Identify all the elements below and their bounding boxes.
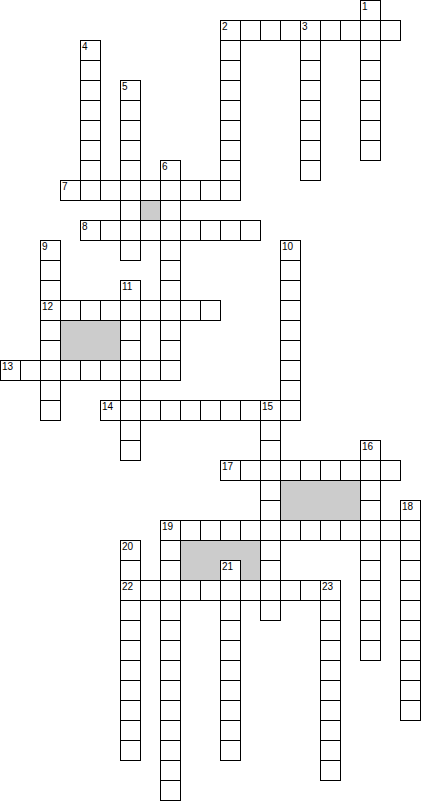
letter-cell[interactable] <box>160 620 181 641</box>
letter-cell[interactable] <box>220 40 241 61</box>
letter-cell[interactable] <box>140 220 161 241</box>
letter-cell[interactable] <box>60 300 81 321</box>
letter-cell[interactable]: 2 <box>220 20 241 41</box>
letter-cell[interactable] <box>220 140 241 161</box>
letter-cell[interactable] <box>160 780 181 801</box>
letter-cell[interactable] <box>300 460 321 481</box>
clue-number: 7 <box>62 181 68 192</box>
letter-cell[interactable] <box>160 760 181 781</box>
letter-cell[interactable] <box>260 500 281 521</box>
letter-cell[interactable] <box>60 360 81 381</box>
letter-cell[interactable] <box>40 320 61 341</box>
letter-cell[interactable] <box>220 680 241 701</box>
letter-cell[interactable]: 4 <box>80 40 101 61</box>
clue-number: 2 <box>222 21 228 32</box>
letter-cell[interactable] <box>260 460 281 481</box>
letter-cell[interactable] <box>300 100 321 121</box>
letter-cell[interactable] <box>220 660 241 681</box>
letter-cell[interactable] <box>260 480 281 501</box>
letter-cell[interactable] <box>220 600 241 621</box>
letter-cell[interactable] <box>240 220 261 241</box>
letter-cell[interactable] <box>360 120 381 141</box>
letter-cell[interactable]: 22 <box>120 580 141 601</box>
shaded-cell <box>320 500 341 521</box>
letter-cell[interactable] <box>320 660 341 681</box>
letter-cell[interactable] <box>220 620 241 641</box>
letter-cell[interactable] <box>160 400 181 421</box>
shaded-cell <box>240 540 261 561</box>
letter-cell[interactable] <box>80 80 101 101</box>
letter-cell[interactable] <box>120 680 141 701</box>
letter-cell[interactable] <box>260 20 281 41</box>
letter-cell[interactable] <box>220 160 241 181</box>
letter-cell[interactable]: 11 <box>120 280 141 301</box>
letter-cell[interactable] <box>320 520 341 541</box>
letter-cell[interactable] <box>140 400 161 421</box>
letter-cell[interactable] <box>220 580 241 601</box>
letter-cell[interactable] <box>160 660 181 681</box>
letter-cell[interactable] <box>400 680 421 701</box>
letter-cell[interactable]: 16 <box>360 440 381 461</box>
letter-cell[interactable] <box>200 300 221 321</box>
clue-number: 6 <box>162 161 168 172</box>
shaded-cell <box>200 560 221 581</box>
letter-cell[interactable] <box>100 300 121 321</box>
letter-cell[interactable] <box>360 60 381 81</box>
letter-cell[interactable] <box>40 260 61 281</box>
letter-cell[interactable] <box>180 220 201 241</box>
letter-cell[interactable]: 20 <box>120 540 141 561</box>
shaded-cell <box>140 200 161 221</box>
letter-cell[interactable] <box>160 200 181 221</box>
letter-cell[interactable] <box>400 520 421 541</box>
letter-cell[interactable] <box>280 340 301 361</box>
letter-cell[interactable] <box>100 180 121 201</box>
letter-cell[interactable] <box>360 20 381 41</box>
clue-number: 22 <box>122 581 133 592</box>
letter-cell[interactable] <box>40 400 61 421</box>
letter-cell[interactable] <box>220 100 241 121</box>
letter-cell[interactable] <box>220 640 241 661</box>
letter-cell[interactable] <box>240 400 261 421</box>
letter-cell[interactable] <box>400 600 421 621</box>
clue-number: 16 <box>362 441 373 452</box>
letter-cell[interactable] <box>160 340 181 361</box>
letter-cell[interactable] <box>300 120 321 141</box>
letter-cell[interactable] <box>240 580 261 601</box>
letter-cell[interactable] <box>120 720 141 741</box>
clue-number: 10 <box>282 241 293 252</box>
letter-cell[interactable] <box>80 360 101 381</box>
clue-number: 9 <box>42 241 48 252</box>
letter-cell[interactable] <box>360 140 381 161</box>
letter-cell[interactable] <box>120 220 141 241</box>
clue-number: 17 <box>222 461 233 472</box>
clue-number: 4 <box>82 41 88 52</box>
shaded-cell <box>80 340 101 361</box>
clue-number: 12 <box>42 301 53 312</box>
letter-cell[interactable] <box>380 20 401 41</box>
letter-cell[interactable] <box>160 560 181 581</box>
letter-cell[interactable] <box>140 180 161 201</box>
letter-cell[interactable] <box>320 640 341 661</box>
clue-number: 23 <box>322 581 333 592</box>
letter-cell[interactable] <box>260 600 281 621</box>
letter-cell[interactable] <box>320 600 341 621</box>
letter-cell[interactable] <box>200 400 221 421</box>
letter-cell[interactable] <box>160 700 181 721</box>
letter-cell[interactable] <box>360 600 381 621</box>
letter-cell[interactable] <box>200 220 221 241</box>
letter-cell[interactable] <box>360 460 381 481</box>
letter-cell[interactable] <box>360 100 381 121</box>
letter-cell[interactable] <box>120 600 141 621</box>
letter-cell[interactable] <box>80 300 101 321</box>
clue-number: 8 <box>82 221 88 232</box>
letter-cell[interactable] <box>280 320 301 341</box>
letter-cell[interactable] <box>300 520 321 541</box>
letter-cell[interactable] <box>80 180 101 201</box>
clue-number: 5 <box>122 81 128 92</box>
shaded-cell <box>340 500 361 521</box>
letter-cell[interactable] <box>40 340 61 361</box>
letter-cell[interactable] <box>320 740 341 761</box>
letter-cell[interactable] <box>120 300 141 321</box>
letter-cell[interactable] <box>180 300 201 321</box>
letter-cell[interactable] <box>400 560 421 581</box>
letter-cell[interactable] <box>160 300 181 321</box>
letter-cell[interactable] <box>160 740 181 761</box>
letter-cell[interactable] <box>300 80 321 101</box>
letter-cell[interactable] <box>280 360 301 381</box>
letter-cell[interactable] <box>80 140 101 161</box>
letter-cell[interactable] <box>160 580 181 601</box>
shaded-cell <box>300 480 321 501</box>
letter-cell[interactable] <box>400 540 421 561</box>
letter-cell[interactable]: 18 <box>400 500 421 521</box>
letter-cell[interactable] <box>160 240 181 261</box>
letter-cell[interactable]: 10 <box>280 240 301 261</box>
letter-cell[interactable] <box>100 360 121 381</box>
letter-cell[interactable] <box>80 120 101 141</box>
letter-cell[interactable] <box>200 520 221 541</box>
letter-cell[interactable] <box>320 760 341 781</box>
letter-cell[interactable] <box>160 280 181 301</box>
letter-cell[interactable] <box>240 460 261 481</box>
letter-cell[interactable] <box>300 580 321 601</box>
letter-cell[interactable] <box>220 520 241 541</box>
shaded-cell <box>300 500 321 521</box>
letter-cell[interactable] <box>40 380 61 401</box>
letter-cell[interactable]: 23 <box>320 580 341 601</box>
crossword-grid: 1234567891011121314151617181920212223 <box>0 0 421 801</box>
letter-cell[interactable] <box>360 580 381 601</box>
letter-cell[interactable]: 6 <box>160 160 181 181</box>
letter-cell[interactable]: 12 <box>40 300 61 321</box>
letter-cell[interactable] <box>340 460 361 481</box>
letter-cell[interactable] <box>360 620 381 641</box>
letter-cell[interactable]: 17 <box>220 460 241 481</box>
letter-cell[interactable] <box>320 20 341 41</box>
letter-cell[interactable] <box>380 520 401 541</box>
letter-cell[interactable] <box>180 180 201 201</box>
letter-cell[interactable] <box>220 720 241 741</box>
letter-cell[interactable]: 21 <box>220 560 241 581</box>
letter-cell[interactable] <box>160 360 181 381</box>
letter-cell[interactable] <box>140 300 161 321</box>
letter-cell[interactable] <box>260 540 281 561</box>
letter-cell[interactable] <box>360 40 381 61</box>
letter-cell[interactable] <box>180 400 201 421</box>
letter-cell[interactable] <box>340 520 361 541</box>
letter-cell[interactable] <box>260 520 281 541</box>
letter-cell[interactable] <box>360 520 381 541</box>
letter-cell[interactable] <box>220 180 241 201</box>
clue-number: 21 <box>222 561 233 572</box>
letter-cell[interactable] <box>120 240 141 261</box>
clue-number: 19 <box>162 521 173 532</box>
letter-cell[interactable] <box>80 160 101 181</box>
letter-cell[interactable]: 7 <box>60 180 81 201</box>
letter-cell[interactable] <box>160 600 181 621</box>
letter-cell[interactable] <box>400 580 421 601</box>
letter-cell[interactable]: 19 <box>160 520 181 541</box>
letter-cell[interactable] <box>120 320 141 341</box>
shaded-cell <box>240 560 261 581</box>
letter-cell[interactable] <box>260 440 281 461</box>
clue-number: 18 <box>402 501 413 512</box>
letter-cell[interactable] <box>320 700 341 721</box>
letter-cell[interactable] <box>400 700 421 721</box>
letter-cell[interactable] <box>120 560 141 581</box>
letter-cell[interactable] <box>100 220 121 241</box>
letter-cell[interactable] <box>280 260 301 281</box>
letter-cell[interactable] <box>360 480 381 501</box>
letter-cell[interactable] <box>360 500 381 521</box>
letter-cell[interactable] <box>160 220 181 241</box>
letter-cell[interactable] <box>220 220 241 241</box>
letter-cell[interactable] <box>180 520 201 541</box>
letter-cell[interactable]: 13 <box>0 360 21 381</box>
letter-cell[interactable] <box>400 620 421 641</box>
letter-cell[interactable] <box>280 520 301 541</box>
letter-cell[interactable] <box>120 120 141 141</box>
letter-cell[interactable] <box>360 80 381 101</box>
letter-cell[interactable] <box>260 420 281 441</box>
shaded-cell <box>100 340 121 361</box>
letter-cell[interactable] <box>40 280 61 301</box>
clue-number: 11 <box>122 281 132 292</box>
clue-number: 13 <box>2 361 13 372</box>
letter-cell[interactable] <box>120 660 141 681</box>
letter-cell[interactable] <box>220 120 241 141</box>
letter-cell[interactable] <box>280 20 301 41</box>
letter-cell[interactable] <box>80 100 101 121</box>
letter-cell[interactable]: 1 <box>360 0 381 21</box>
letter-cell[interactable] <box>300 40 321 61</box>
letter-cell[interactable] <box>320 460 341 481</box>
letter-cell[interactable] <box>160 680 181 701</box>
letter-cell[interactable] <box>220 80 241 101</box>
shaded-cell <box>220 540 241 561</box>
letter-cell[interactable] <box>260 580 281 601</box>
letter-cell[interactable] <box>120 700 141 721</box>
letter-cell[interactable] <box>40 360 61 381</box>
letter-cell[interactable] <box>160 640 181 661</box>
clue-number: 1 <box>362 1 368 12</box>
shaded-cell <box>340 480 361 501</box>
letter-cell[interactable] <box>320 680 341 701</box>
letter-cell[interactable] <box>160 320 181 341</box>
letter-cell[interactable] <box>400 660 421 681</box>
letter-cell[interactable] <box>320 620 341 641</box>
letter-cell[interactable] <box>300 160 321 181</box>
letter-cell[interactable] <box>160 540 181 561</box>
letter-cell[interactable] <box>120 360 141 381</box>
letter-cell[interactable] <box>120 100 141 121</box>
letter-cell[interactable] <box>140 580 161 601</box>
letter-cell[interactable]: 9 <box>40 240 61 261</box>
letter-cell[interactable]: 3 <box>300 20 321 41</box>
letter-cell[interactable] <box>120 180 141 201</box>
clue-number: 3 <box>302 21 308 32</box>
letter-cell[interactable] <box>400 640 421 661</box>
letter-cell[interactable] <box>300 60 321 81</box>
letter-cell[interactable] <box>200 580 221 601</box>
letter-cell[interactable] <box>360 560 381 581</box>
letter-cell[interactable] <box>120 380 141 401</box>
letter-cell[interactable] <box>220 700 241 721</box>
letter-cell[interactable] <box>200 180 221 201</box>
shaded-cell <box>180 560 201 581</box>
clue-number: 14 <box>102 401 113 412</box>
letter-cell[interactable] <box>120 640 141 661</box>
letter-cell[interactable] <box>280 280 301 301</box>
clue-number: 15 <box>262 401 273 412</box>
letter-cell[interactable] <box>280 460 301 481</box>
letter-cell[interactable] <box>220 60 241 81</box>
letter-cell[interactable] <box>120 620 141 641</box>
letter-cell[interactable] <box>120 740 141 761</box>
letter-cell[interactable]: 5 <box>120 80 141 101</box>
letter-cell[interactable] <box>120 440 141 461</box>
letter-cell[interactable] <box>160 260 181 281</box>
letter-cell[interactable] <box>380 460 401 481</box>
letter-cell[interactable]: 8 <box>80 220 101 241</box>
letter-cell[interactable] <box>120 160 141 181</box>
letter-cell[interactable] <box>140 360 161 381</box>
letter-cell[interactable] <box>340 20 361 41</box>
letter-cell[interactable] <box>160 720 181 741</box>
letter-cell[interactable] <box>220 740 241 761</box>
letter-cell[interactable] <box>120 140 141 161</box>
letter-cell[interactable] <box>80 60 101 81</box>
shaded-cell <box>280 480 301 501</box>
shaded-cell <box>80 320 101 341</box>
letter-cell[interactable] <box>120 340 141 361</box>
shaded-cell <box>60 320 81 341</box>
shaded-cell <box>280 500 301 521</box>
letter-cell[interactable]: 14 <box>100 400 121 421</box>
letter-cell[interactable] <box>20 360 41 381</box>
letter-cell[interactable] <box>240 20 261 41</box>
shaded-cell <box>60 340 81 361</box>
letter-cell[interactable] <box>280 300 301 321</box>
shaded-cell <box>200 540 221 561</box>
clue-number: 20 <box>122 541 133 552</box>
letter-cell[interactable] <box>120 400 141 421</box>
shaded-cell <box>180 540 201 561</box>
letter-cell[interactable] <box>240 520 261 541</box>
letter-cell[interactable] <box>280 380 301 401</box>
letter-cell[interactable] <box>120 200 141 221</box>
letter-cell[interactable] <box>280 400 301 421</box>
letter-cell[interactable] <box>360 540 381 561</box>
letter-cell[interactable]: 15 <box>260 400 281 421</box>
letter-cell[interactable] <box>220 400 241 421</box>
letter-cell[interactable] <box>120 420 141 441</box>
shaded-cell <box>320 480 341 501</box>
letter-cell[interactable] <box>360 640 381 661</box>
letter-cell[interactable] <box>280 580 301 601</box>
letter-cell[interactable] <box>320 720 341 741</box>
letter-cell[interactable] <box>300 140 321 161</box>
letter-cell[interactable] <box>180 580 201 601</box>
letter-cell[interactable] <box>260 560 281 581</box>
shaded-cell <box>100 320 121 341</box>
letter-cell[interactable] <box>160 180 181 201</box>
